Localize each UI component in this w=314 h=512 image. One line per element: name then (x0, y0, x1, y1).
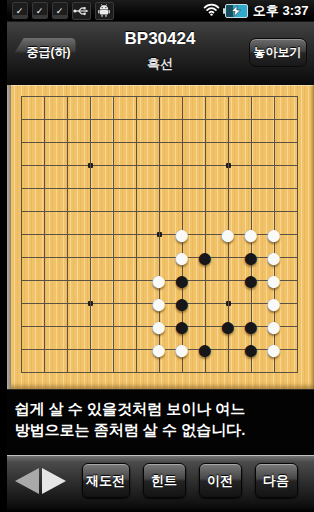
board-intersection[interactable] (125, 85, 148, 108)
board-intersection[interactable] (194, 108, 217, 131)
board-intersection[interactable] (56, 246, 79, 269)
board-intersection[interactable] (79, 269, 102, 292)
board-intersection[interactable] (56, 131, 79, 154)
comment-line-2: 방법으로는 좀처럼 살 수 없습니다. (15, 419, 306, 440)
board-intersection[interactable]: ● (240, 269, 263, 292)
board-intersection[interactable] (125, 361, 148, 384)
board-intersection[interactable] (286, 292, 309, 315)
board-intersection[interactable] (148, 154, 171, 177)
board-intersection[interactable] (240, 131, 263, 154)
board-intersection[interactable]: ● (194, 338, 217, 361)
status-bar: ✓ ✓ ✓ (7, 0, 314, 22)
usb-icon (72, 2, 91, 20)
board-intersection[interactable] (125, 108, 148, 131)
board-intersection[interactable] (240, 177, 263, 200)
board-intersection[interactable] (33, 223, 56, 246)
board-intersection[interactable] (171, 154, 194, 177)
next-button[interactable]: 다음 (255, 463, 298, 498)
board-intersection[interactable] (148, 131, 171, 154)
board-intersection[interactable] (148, 85, 171, 108)
board-intersection[interactable] (286, 200, 309, 223)
board-intersection[interactable] (217, 361, 240, 384)
board-intersection[interactable] (102, 85, 125, 108)
white-stone: ● (171, 338, 194, 361)
board-intersection[interactable] (217, 85, 240, 108)
board-intersection[interactable] (79, 200, 102, 223)
board-intersection[interactable] (10, 315, 33, 338)
board-intersection[interactable] (125, 315, 148, 338)
board-intersection[interactable] (79, 292, 102, 315)
board-intersection[interactable] (79, 338, 102, 361)
board-intersection[interactable] (125, 154, 148, 177)
board-intersection[interactable] (33, 131, 56, 154)
board-intersection[interactable] (102, 269, 125, 292)
board-intersection[interactable] (33, 315, 56, 338)
previous-button[interactable]: 이전 (199, 463, 242, 498)
white-stone: ● (263, 338, 286, 361)
board-intersection[interactable] (286, 269, 309, 292)
board-intersection[interactable] (217, 154, 240, 177)
board-intersection[interactable] (33, 292, 56, 315)
board-intersection[interactable] (10, 200, 33, 223)
board-intersection[interactable] (33, 361, 56, 384)
app-screen: ✓ ✓ ✓ (7, 0, 314, 512)
board-intersection[interactable] (102, 154, 125, 177)
level-back-button[interactable]: 중급(하) (15, 38, 76, 67)
board-intersection[interactable] (33, 200, 56, 223)
board-intersection[interactable] (33, 108, 56, 131)
board-intersection[interactable] (286, 154, 309, 177)
board-intersection[interactable] (79, 131, 102, 154)
board-intersection[interactable] (263, 108, 286, 131)
nav-left-arrow[interactable] (15, 468, 39, 494)
board-intersection[interactable] (10, 85, 33, 108)
star-point (88, 301, 93, 306)
board-intersection[interactable] (240, 85, 263, 108)
board-intersection[interactable] (56, 269, 79, 292)
board-intersection[interactable] (148, 177, 171, 200)
board-intersection[interactable] (194, 154, 217, 177)
nav-right-arrow[interactable] (42, 468, 66, 494)
comment-line-1: 쉽게 살 수 있을것처럼 보이나 여느 (15, 398, 306, 419)
board-intersection[interactable] (171, 131, 194, 154)
board-intersection[interactable] (33, 177, 56, 200)
board-intersection[interactable] (79, 246, 102, 269)
board-intersection[interactable] (194, 177, 217, 200)
board-intersection[interactable] (79, 108, 102, 131)
star-point (226, 163, 231, 168)
bottom-toolbar: 재도전 힌트 이전 다음 (7, 455, 314, 512)
board-intersection[interactable] (10, 154, 33, 177)
board-intersection[interactable] (240, 108, 263, 131)
board-intersection[interactable] (10, 223, 33, 246)
board-intersection[interactable] (217, 131, 240, 154)
problem-comment: 쉽게 살 수 있을것처럼 보이나 여느 방법으로는 좀처럼 살 수 없습니다. (7, 389, 314, 455)
board-intersection[interactable] (102, 361, 125, 384)
board-intersection[interactable] (171, 177, 194, 200)
board-intersection[interactable] (171, 108, 194, 131)
board-intersection[interactable] (240, 154, 263, 177)
board-intersection[interactable] (102, 315, 125, 338)
star-point (88, 163, 93, 168)
board-intersection[interactable] (79, 361, 102, 384)
board-intersection[interactable] (79, 85, 102, 108)
board-intersection[interactable] (10, 338, 33, 361)
board-intersection[interactable] (33, 85, 56, 108)
download-complete-icon: ✓ (12, 2, 28, 19)
android-icon (95, 2, 114, 20)
board-intersection[interactable]: ● (148, 338, 171, 361)
white-stone: ● (217, 223, 240, 246)
board-intersection[interactable]: ● (217, 223, 240, 246)
board-intersection[interactable] (102, 246, 125, 269)
board-intersection[interactable] (286, 338, 309, 361)
board-intersection[interactable] (125, 131, 148, 154)
board-intersection[interactable] (102, 200, 125, 223)
board-intersection[interactable] (286, 177, 309, 200)
board-intersection[interactable] (102, 223, 125, 246)
board-intersection[interactable] (10, 131, 33, 154)
black-stone: ● (194, 246, 217, 269)
board-intersection[interactable] (10, 292, 33, 315)
black-stone: ● (240, 269, 263, 292)
star-point (226, 301, 231, 306)
board-intersection[interactable] (217, 177, 240, 200)
board-intersection[interactable] (56, 154, 79, 177)
board-intersection[interactable] (125, 292, 148, 315)
board-intersection[interactable] (286, 315, 309, 338)
board-intersection[interactable] (79, 223, 102, 246)
board-intersection[interactable] (56, 200, 79, 223)
board-intersection[interactable] (263, 177, 286, 200)
board-intersection[interactable] (217, 269, 240, 292)
board-intersection[interactable] (33, 269, 56, 292)
black-stone: ● (194, 338, 217, 361)
wifi-icon (203, 2, 220, 20)
board-intersection[interactable] (33, 338, 56, 361)
board-intersection[interactable]: ● (194, 246, 217, 269)
board-intersection[interactable] (286, 223, 309, 246)
board-intersection[interactable] (125, 177, 148, 200)
black-stone: ● (240, 338, 263, 361)
board-intersection[interactable] (102, 292, 125, 315)
board-intersection[interactable] (102, 108, 125, 131)
board-intersection[interactable] (148, 200, 171, 223)
board-intersection[interactable] (56, 85, 79, 108)
board-intersection[interactable] (102, 131, 125, 154)
white-stone: ● (148, 338, 171, 361)
board-intersection[interactable] (125, 200, 148, 223)
hint-button[interactable]: 힌트 (143, 463, 186, 498)
move-nav-arrows (15, 468, 69, 494)
board-intersection[interactable] (286, 108, 309, 131)
board-intersection[interactable] (56, 223, 79, 246)
board-intersection[interactable] (148, 223, 171, 246)
board-grid: ●●●●●●●●●●●●●●●●●●●●●●●●● (10, 85, 309, 384)
board-intersection[interactable] (125, 338, 148, 361)
board-intersection[interactable] (263, 131, 286, 154)
board-intersection[interactable] (56, 315, 79, 338)
retry-button[interactable]: 재도전 (82, 463, 130, 498)
board-intersection[interactable] (148, 108, 171, 131)
board-intersection[interactable] (56, 108, 79, 131)
board-intersection[interactable] (79, 315, 102, 338)
board-intersection[interactable] (286, 361, 309, 384)
go-board: ●●●●●●●●●●●●●●●●●●●●●●●●● (7, 85, 314, 389)
tryout-button[interactable]: 놓아보기 (249, 38, 307, 67)
board-intersection[interactable] (56, 361, 79, 384)
board-intersection[interactable] (286, 131, 309, 154)
board-intersection[interactable] (56, 292, 79, 315)
board-intersection[interactable] (10, 269, 33, 292)
board-intersection[interactable] (56, 177, 79, 200)
status-clock: 오후 3:37 (253, 2, 309, 20)
board-intersection[interactable] (79, 177, 102, 200)
board-intersection[interactable]: ● (217, 315, 240, 338)
download-complete-icon: ✓ (52, 2, 68, 19)
board-intersection[interactable] (171, 85, 194, 108)
black-stone: ● (217, 315, 240, 338)
board-intersection[interactable] (286, 246, 309, 269)
board-intersection[interactable] (10, 177, 33, 200)
header: BP30424 흑선 중급(하) 놓아보기 (7, 22, 314, 86)
board-intersection[interactable] (263, 85, 286, 108)
star-point (157, 232, 162, 237)
board-intersection[interactable] (33, 154, 56, 177)
board-intersection[interactable] (125, 223, 148, 246)
board-intersection[interactable] (125, 269, 148, 292)
board-intersection[interactable] (286, 85, 309, 108)
board-intersection[interactable] (10, 361, 33, 384)
board-intersection[interactable] (102, 177, 125, 200)
board-intersection[interactable] (33, 246, 56, 269)
board-intersection[interactable]: ● (263, 338, 286, 361)
board-intersection[interactable]: ● (240, 338, 263, 361)
download-complete-icon: ✓ (32, 2, 48, 19)
board-intersection[interactable]: ● (171, 338, 194, 361)
board-intersection[interactable] (194, 85, 217, 108)
board-intersection[interactable] (102, 338, 125, 361)
board-intersection[interactable] (56, 338, 79, 361)
board-intersection[interactable] (194, 200, 217, 223)
board-intersection[interactable] (10, 246, 33, 269)
board-intersection[interactable] (194, 292, 217, 315)
board-intersection[interactable] (217, 108, 240, 131)
board-intersection[interactable] (79, 154, 102, 177)
board-intersection[interactable] (263, 154, 286, 177)
board-intersection[interactable] (194, 131, 217, 154)
board-right-edge (311, 85, 314, 389)
battery-charging-icon (225, 4, 248, 18)
board-intersection[interactable] (125, 246, 148, 269)
board-intersection[interactable] (10, 108, 33, 131)
